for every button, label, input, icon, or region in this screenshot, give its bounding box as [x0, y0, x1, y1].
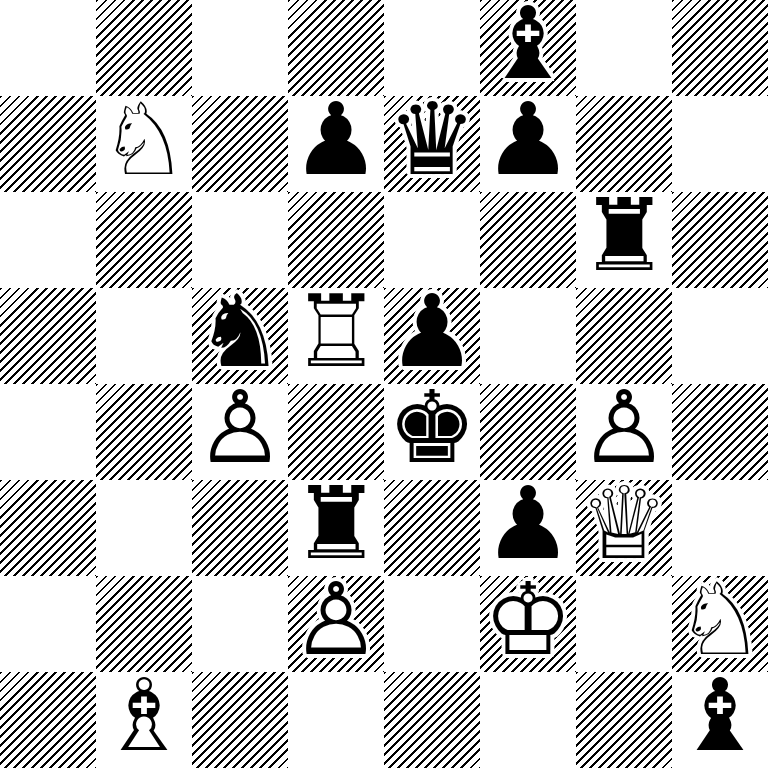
- white-queen-piece[interactable]: ♛♕: [576, 480, 672, 576]
- square-e7[interactable]: ♛: [384, 96, 480, 192]
- square-h8[interactable]: [672, 0, 768, 96]
- square-f1[interactable]: [480, 672, 576, 768]
- square-f2[interactable]: ♚♔: [480, 576, 576, 672]
- square-g1[interactable]: [576, 672, 672, 768]
- black-queen-glyph: ♛: [387, 90, 477, 190]
- square-c4[interactable]: ♟♙: [192, 384, 288, 480]
- square-h4[interactable]: [672, 384, 768, 480]
- square-f5[interactable]: [480, 288, 576, 384]
- square-a3[interactable]: [0, 480, 96, 576]
- square-a8[interactable]: [0, 0, 96, 96]
- white-pawn-piece[interactable]: ♟♙: [288, 576, 384, 672]
- black-rook-glyph: ♜: [579, 186, 669, 286]
- white-king-piece[interactable]: ♚♔: [480, 576, 576, 672]
- black-pawn-piece[interactable]: ♟: [288, 96, 384, 192]
- square-h1[interactable]: ♝: [672, 672, 768, 768]
- square-c1[interactable]: [192, 672, 288, 768]
- square-b4[interactable]: [96, 384, 192, 480]
- black-pawn-piece[interactable]: ♟: [480, 96, 576, 192]
- black-bishop-piece[interactable]: ♝: [672, 672, 768, 768]
- white-rook-glyph: ♖: [291, 282, 381, 382]
- black-bishop-glyph: ♝: [675, 666, 765, 766]
- square-b1[interactable]: ♝♗: [96, 672, 192, 768]
- square-d2[interactable]: ♟♙: [288, 576, 384, 672]
- square-h6[interactable]: [672, 192, 768, 288]
- black-bishop-glyph: ♝: [483, 0, 573, 94]
- square-h5[interactable]: [672, 288, 768, 384]
- square-g6[interactable]: ♜: [576, 192, 672, 288]
- black-king-glyph: ♚: [387, 378, 477, 478]
- white-king-glyph: ♔: [483, 570, 573, 670]
- white-bishop-glyph: ♗: [99, 666, 189, 766]
- white-queen-glyph: ♕: [579, 474, 669, 574]
- square-a5[interactable]: [0, 288, 96, 384]
- square-g2[interactable]: [576, 576, 672, 672]
- square-b7[interactable]: ♞♘: [96, 96, 192, 192]
- square-d1[interactable]: [288, 672, 384, 768]
- black-queen-piece[interactable]: ♛: [384, 96, 480, 192]
- square-e4[interactable]: ♚: [384, 384, 480, 480]
- square-c3[interactable]: [192, 480, 288, 576]
- square-g8[interactable]: [576, 0, 672, 96]
- black-pawn-glyph: ♟: [291, 90, 381, 190]
- square-a7[interactable]: [0, 96, 96, 192]
- white-pawn-glyph: ♙: [579, 378, 669, 478]
- square-g3[interactable]: ♛♕: [576, 480, 672, 576]
- square-f6[interactable]: [480, 192, 576, 288]
- square-e1[interactable]: [384, 672, 480, 768]
- white-pawn-glyph: ♙: [195, 378, 285, 478]
- square-a1[interactable]: [0, 672, 96, 768]
- square-a4[interactable]: [0, 384, 96, 480]
- white-pawn-piece[interactable]: ♟♙: [192, 384, 288, 480]
- black-pawn-glyph: ♟: [483, 90, 573, 190]
- white-bishop-piece[interactable]: ♝♗: [96, 672, 192, 768]
- chess-board: ♝♞♘♟♛♟♜♞♜♖♟♟♙♚♟♙♜♟♛♕♟♙♚♔♞♘♝♗♝: [0, 0, 768, 768]
- black-rook-piece[interactable]: ♜: [576, 192, 672, 288]
- black-rook-glyph: ♜: [291, 474, 381, 574]
- black-knight-glyph: ♞: [195, 282, 285, 382]
- square-b3[interactable]: [96, 480, 192, 576]
- square-a2[interactable]: [0, 576, 96, 672]
- black-king-piece[interactable]: ♚: [384, 384, 480, 480]
- square-c8[interactable]: [192, 0, 288, 96]
- white-pawn-glyph: ♙: [291, 570, 381, 670]
- black-pawn-glyph: ♟: [387, 282, 477, 382]
- square-e3[interactable]: [384, 480, 480, 576]
- white-knight-piece[interactable]: ♞♘: [96, 96, 192, 192]
- black-pawn-glyph: ♟: [483, 474, 573, 574]
- square-e2[interactable]: [384, 576, 480, 672]
- white-knight-glyph: ♘: [675, 570, 765, 670]
- square-a6[interactable]: [0, 192, 96, 288]
- square-d7[interactable]: ♟: [288, 96, 384, 192]
- square-b5[interactable]: [96, 288, 192, 384]
- chess-diagram: ♝♞♘♟♛♟♜♞♜♖♟♟♙♚♟♙♜♟♛♕♟♙♚♔♞♘♝♗♝: [0, 0, 768, 768]
- square-h7[interactable]: [672, 96, 768, 192]
- white-knight-glyph: ♘: [99, 90, 189, 190]
- square-f7[interactable]: ♟: [480, 96, 576, 192]
- square-b6[interactable]: [96, 192, 192, 288]
- white-rook-piece[interactable]: ♜♖: [288, 288, 384, 384]
- square-c7[interactable]: [192, 96, 288, 192]
- square-d5[interactable]: ♜♖: [288, 288, 384, 384]
- square-c2[interactable]: [192, 576, 288, 672]
